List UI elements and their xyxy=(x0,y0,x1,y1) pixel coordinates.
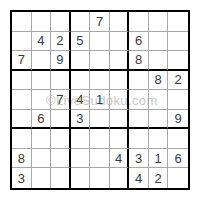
cell-r8-c5[interactable] xyxy=(90,149,110,169)
cell-r6-c3[interactable] xyxy=(51,110,71,130)
cell-r4-c7[interactable] xyxy=(129,71,149,91)
cell-r1-c2[interactable] xyxy=(32,12,52,32)
cell-r8-c2[interactable] xyxy=(32,149,52,169)
sudoku-grid: 742567988274163984316342 xyxy=(12,12,188,188)
cell-r4-c4[interactable] xyxy=(71,71,91,91)
cell-r3-c4[interactable] xyxy=(71,51,91,71)
cell-r9-c1[interactable]: 3 xyxy=(12,168,32,188)
cell-r8-c4[interactable] xyxy=(71,149,91,169)
cell-r7-c8[interactable] xyxy=(149,129,169,149)
cell-r8-c8[interactable]: 1 xyxy=(149,149,169,169)
cell-r5-c3[interactable]: 7 xyxy=(51,90,71,110)
cell-r2-c9[interactable] xyxy=(168,32,188,52)
cell-r1-c7[interactable] xyxy=(129,12,149,32)
cell-r7-c2[interactable] xyxy=(32,129,52,149)
cell-r2-c7[interactable]: 6 xyxy=(129,32,149,52)
cell-r1-c5[interactable]: 7 xyxy=(90,12,110,32)
cell-r6-c7[interactable] xyxy=(129,110,149,130)
cell-r4-c6[interactable] xyxy=(110,71,130,91)
cell-r9-c8[interactable]: 2 xyxy=(149,168,169,188)
cell-r7-c4[interactable] xyxy=(71,129,91,149)
cell-r5-c5[interactable]: 1 xyxy=(90,90,110,110)
cell-r3-c6[interactable] xyxy=(110,51,130,71)
cell-r4-c2[interactable] xyxy=(32,71,52,91)
cell-r1-c8[interactable] xyxy=(149,12,169,32)
cell-r9-c2[interactable] xyxy=(32,168,52,188)
cell-r2-c1[interactable] xyxy=(12,32,32,52)
cell-r4-c3[interactable] xyxy=(51,71,71,91)
cell-r3-c1[interactable]: 7 xyxy=(12,51,32,71)
cell-r7-c3[interactable] xyxy=(51,129,71,149)
cell-r7-c6[interactable] xyxy=(110,129,130,149)
cell-r4-c8[interactable]: 8 xyxy=(149,71,169,91)
cell-r5-c9[interactable] xyxy=(168,90,188,110)
cell-r8-c6[interactable]: 4 xyxy=(110,149,130,169)
cell-r3-c7[interactable]: 8 xyxy=(129,51,149,71)
cell-r4-c1[interactable] xyxy=(12,71,32,91)
cell-r1-c6[interactable] xyxy=(110,12,130,32)
cell-r2-c3[interactable]: 2 xyxy=(51,32,71,52)
cell-r1-c3[interactable] xyxy=(51,12,71,32)
cell-r6-c6[interactable] xyxy=(110,110,130,130)
cell-r6-c8[interactable] xyxy=(149,110,169,130)
cell-r1-c1[interactable] xyxy=(12,12,32,32)
cell-r2-c2[interactable]: 4 xyxy=(32,32,52,52)
cell-r8-c7[interactable]: 3 xyxy=(129,149,149,169)
cell-r9-c6[interactable] xyxy=(110,168,130,188)
cell-r5-c4[interactable]: 4 xyxy=(71,90,91,110)
cell-r9-c7[interactable]: 4 xyxy=(129,168,149,188)
cell-r3-c5[interactable] xyxy=(90,51,110,71)
sudoku-board: ©LiveSudoku.com 742567988274163984316342 xyxy=(10,10,190,190)
cell-r1-c4[interactable] xyxy=(71,12,91,32)
cell-r6-c1[interactable] xyxy=(12,110,32,130)
cell-r5-c8[interactable] xyxy=(149,90,169,110)
cell-r9-c3[interactable] xyxy=(51,168,71,188)
cell-r7-c9[interactable] xyxy=(168,129,188,149)
cell-r8-c3[interactable] xyxy=(51,149,71,169)
cell-r5-c2[interactable] xyxy=(32,90,52,110)
cell-r2-c6[interactable] xyxy=(110,32,130,52)
cell-r9-c9[interactable] xyxy=(168,168,188,188)
cell-r5-c7[interactable] xyxy=(129,90,149,110)
cell-r8-c1[interactable]: 8 xyxy=(12,149,32,169)
cell-r6-c2[interactable]: 6 xyxy=(32,110,52,130)
sudoku-puzzle-image: ©LiveSudoku.com 742567988274163984316342 xyxy=(0,0,200,200)
cell-r8-c9[interactable]: 6 xyxy=(168,149,188,169)
cell-r5-c1[interactable] xyxy=(12,90,32,110)
cell-r1-c9[interactable] xyxy=(168,12,188,32)
cell-r7-c7[interactable] xyxy=(129,129,149,149)
cell-r7-c5[interactable] xyxy=(90,129,110,149)
cell-r5-c6[interactable] xyxy=(110,90,130,110)
cell-r3-c2[interactable] xyxy=(32,51,52,71)
cell-r3-c9[interactable] xyxy=(168,51,188,71)
cell-r9-c5[interactable] xyxy=(90,168,110,188)
cell-r4-c9[interactable]: 2 xyxy=(168,71,188,91)
cell-r2-c4[interactable]: 5 xyxy=(71,32,91,52)
cell-r2-c5[interactable] xyxy=(90,32,110,52)
cell-r7-c1[interactable] xyxy=(12,129,32,149)
cell-r6-c5[interactable] xyxy=(90,110,110,130)
cell-r9-c4[interactable] xyxy=(71,168,91,188)
cell-r4-c5[interactable] xyxy=(90,71,110,91)
cell-r3-c3[interactable]: 9 xyxy=(51,51,71,71)
cell-r6-c4[interactable]: 3 xyxy=(71,110,91,130)
cell-r6-c9[interactable]: 9 xyxy=(168,110,188,130)
cell-r2-c8[interactable] xyxy=(149,32,169,52)
cell-r3-c8[interactable] xyxy=(149,51,169,71)
